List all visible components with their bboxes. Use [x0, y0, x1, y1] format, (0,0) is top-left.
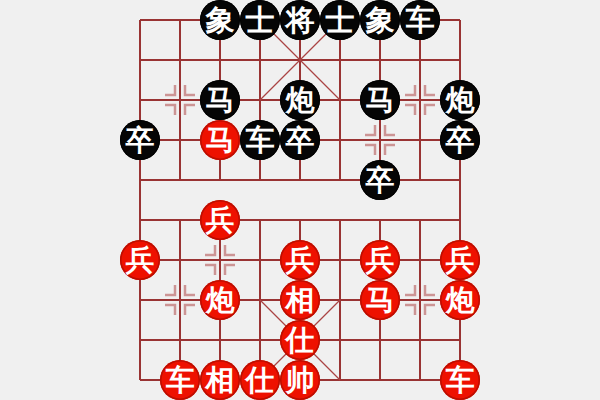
piece-red-elephant[interactable]: 相 — [280, 280, 320, 320]
piece-red-cannon[interactable]: 炮 — [440, 280, 480, 320]
piece-black-soldier[interactable]: 卒 — [440, 120, 480, 160]
piece-red-elephant[interactable]: 相 — [200, 360, 240, 400]
piece-black-cannon[interactable]: 炮 — [440, 80, 480, 120]
piece-black-soldier[interactable]: 卒 — [360, 160, 400, 200]
piece-red-advisor[interactable]: 仕 — [240, 360, 280, 400]
piece-red-horse[interactable]: 马 — [360, 280, 400, 320]
piece-red-soldier[interactable]: 兵 — [200, 200, 240, 240]
piece-red-horse[interactable]: 马 — [200, 120, 240, 160]
piece-red-soldier[interactable]: 兵 — [120, 240, 160, 280]
piece-red-soldier[interactable]: 兵 — [280, 240, 320, 280]
piece-black-horse[interactable]: 马 — [200, 80, 240, 120]
piece-red-cannon[interactable]: 炮 — [200, 280, 240, 320]
piece-black-cannon[interactable]: 炮 — [280, 80, 320, 120]
pieces-layer: 象士将士象车马炮马炮卒马车卒卒卒兵兵兵兵兵炮相马炮仕车相仕帅车 — [0, 0, 600, 400]
piece-black-chariot[interactable]: 车 — [240, 120, 280, 160]
piece-red-advisor[interactable]: 仕 — [280, 320, 320, 360]
piece-black-elephant[interactable]: 象 — [200, 0, 240, 40]
piece-black-general[interactable]: 将 — [280, 0, 320, 40]
piece-black-soldier[interactable]: 卒 — [120, 120, 160, 160]
xiangqi-board: 象士将士象车马炮马炮卒马车卒卒卒兵兵兵兵兵炮相马炮仕车相仕帅车 — [0, 0, 600, 400]
piece-red-chariot[interactable]: 车 — [440, 360, 480, 400]
piece-black-horse[interactable]: 马 — [360, 80, 400, 120]
piece-black-chariot[interactable]: 车 — [400, 0, 440, 40]
piece-black-soldier[interactable]: 卒 — [280, 120, 320, 160]
piece-black-elephant[interactable]: 象 — [360, 0, 400, 40]
piece-red-chariot[interactable]: 车 — [160, 360, 200, 400]
piece-red-general[interactable]: 帅 — [280, 360, 320, 400]
piece-black-advisor[interactable]: 士 — [240, 0, 280, 40]
piece-black-advisor[interactable]: 士 — [320, 0, 360, 40]
piece-red-soldier[interactable]: 兵 — [440, 240, 480, 280]
piece-red-soldier[interactable]: 兵 — [360, 240, 400, 280]
